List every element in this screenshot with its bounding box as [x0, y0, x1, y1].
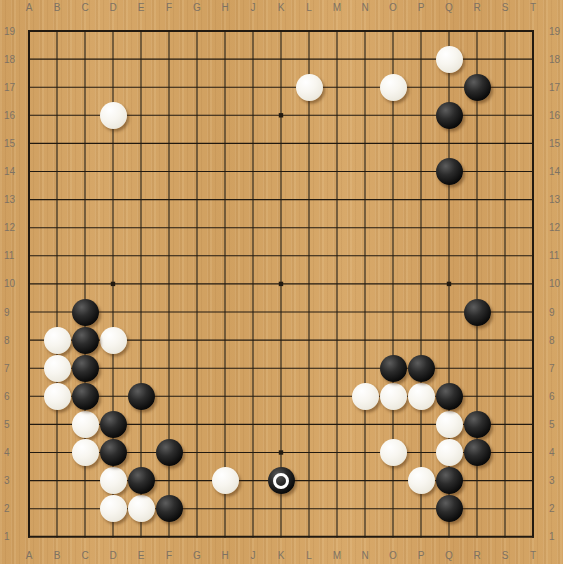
stone-black-Q3[interactable] [436, 467, 463, 494]
star-point [279, 113, 283, 117]
stone-black-D4[interactable] [100, 439, 127, 466]
coord-label-top-K: K [274, 2, 288, 13]
coord-label-left-15: 15 [4, 138, 15, 149]
coord-label-top-T: T [526, 2, 540, 13]
coord-label-bottom-Q: Q [442, 550, 456, 561]
coord-label-bottom-R: R [470, 550, 484, 561]
stone-white-Q4[interactable] [436, 439, 463, 466]
stone-black-E3[interactable] [128, 467, 155, 494]
coord-label-top-L: L [302, 2, 316, 13]
stone-black-R5[interactable] [464, 411, 491, 438]
coord-label-right-16: 16 [549, 110, 560, 121]
stone-black-O7[interactable] [380, 355, 407, 382]
stone-black-K3[interactable] [268, 467, 295, 494]
stone-black-Q14[interactable] [436, 158, 463, 185]
stone-white-O17[interactable] [380, 74, 407, 101]
stone-black-R17[interactable] [464, 74, 491, 101]
stone-white-D3[interactable] [100, 467, 127, 494]
stone-black-C6[interactable] [72, 383, 99, 410]
coord-label-top-C: C [78, 2, 92, 13]
coord-label-right-14: 14 [549, 166, 560, 177]
coord-label-right-9: 9 [549, 307, 555, 318]
stone-black-D5[interactable] [100, 411, 127, 438]
coord-label-left-19: 19 [4, 26, 15, 37]
coord-label-top-A: A [22, 2, 36, 13]
stone-black-R4[interactable] [464, 439, 491, 466]
coord-label-right-5: 5 [549, 419, 555, 430]
coord-label-bottom-O: O [386, 550, 400, 561]
coord-label-right-12: 12 [549, 222, 560, 233]
coord-label-bottom-B: B [50, 550, 64, 561]
coord-label-top-G: G [190, 2, 204, 13]
coord-label-top-R: R [470, 2, 484, 13]
coord-label-bottom-S: S [498, 550, 512, 561]
stone-white-D8[interactable] [100, 327, 127, 354]
stone-black-C8[interactable] [72, 327, 99, 354]
coord-label-bottom-G: G [190, 550, 204, 561]
stone-white-C4[interactable] [72, 439, 99, 466]
stone-white-B8[interactable] [44, 327, 71, 354]
coord-label-top-H: H [218, 2, 232, 13]
stone-white-E2[interactable] [128, 495, 155, 522]
coord-label-left-2: 2 [4, 503, 10, 514]
coord-label-bottom-A: A [22, 550, 36, 561]
coord-label-top-M: M [330, 2, 344, 13]
stone-white-Q18[interactable] [436, 46, 463, 73]
stone-white-B6[interactable] [44, 383, 71, 410]
coord-label-right-10: 10 [549, 278, 560, 289]
coord-label-right-11: 11 [549, 250, 559, 261]
coord-label-bottom-T: T [526, 550, 540, 561]
coord-label-left-6: 6 [4, 391, 10, 402]
coord-label-left-5: 5 [4, 419, 10, 430]
coord-label-right-6: 6 [549, 391, 555, 402]
coord-label-bottom-K: K [274, 550, 288, 561]
coord-label-top-B: B [50, 2, 64, 13]
stone-white-P3[interactable] [408, 467, 435, 494]
coord-label-right-7: 7 [549, 363, 555, 374]
go-board[interactable]: ABCDEFGHJKLMNOPQRST ABCDEFGHJKLMNOPQRST … [0, 0, 563, 564]
stone-black-P7[interactable] [408, 355, 435, 382]
stone-white-D16[interactable] [100, 102, 127, 129]
stone-white-Q5[interactable] [436, 411, 463, 438]
last-move-marker [273, 473, 289, 489]
coord-label-right-13: 13 [549, 194, 560, 205]
coord-label-top-O: O [386, 2, 400, 13]
coord-label-bottom-C: C [78, 550, 92, 561]
coord-label-bottom-L: L [302, 550, 316, 561]
coord-label-left-3: 3 [4, 475, 10, 486]
coord-label-right-2: 2 [549, 503, 555, 514]
stone-black-Q2[interactable] [436, 495, 463, 522]
coord-label-right-1: 1 [549, 531, 555, 542]
coord-label-right-4: 4 [549, 447, 555, 458]
coord-label-bottom-M: M [330, 550, 344, 561]
stone-white-H3[interactable] [212, 467, 239, 494]
coord-label-bottom-P: P [414, 550, 428, 561]
coord-label-left-16: 16 [4, 110, 15, 121]
star-point [279, 282, 283, 286]
stone-white-B7[interactable] [44, 355, 71, 382]
star-point [279, 450, 283, 454]
coord-label-left-12: 12 [4, 222, 15, 233]
coord-label-right-8: 8 [549, 335, 555, 346]
coord-label-bottom-E: E [134, 550, 148, 561]
coord-label-right-19: 19 [549, 26, 560, 37]
coord-label-top-D: D [106, 2, 120, 13]
stone-white-P6[interactable] [408, 383, 435, 410]
stone-white-L17[interactable] [296, 74, 323, 101]
stone-white-N6[interactable] [352, 383, 379, 410]
stone-black-F2[interactable] [156, 495, 183, 522]
stone-white-D2[interactable] [100, 495, 127, 522]
coord-label-left-9: 9 [4, 307, 10, 318]
coord-label-left-4: 4 [4, 447, 10, 458]
stone-white-O6[interactable] [380, 383, 407, 410]
coord-label-top-P: P [414, 2, 428, 13]
star-point [447, 282, 451, 286]
coord-label-left-7: 7 [4, 363, 10, 374]
star-point [111, 282, 115, 286]
coord-label-left-13: 13 [4, 194, 15, 205]
coord-label-top-F: F [162, 2, 176, 13]
coord-label-left-14: 14 [4, 166, 15, 177]
coord-label-left-18: 18 [4, 54, 15, 65]
stone-black-E6[interactable] [128, 383, 155, 410]
stone-black-C7[interactable] [72, 355, 99, 382]
stone-black-C9[interactable] [72, 299, 99, 326]
coord-label-top-N: N [358, 2, 372, 13]
coord-label-right-15: 15 [549, 138, 560, 149]
coord-label-bottom-F: F [162, 550, 176, 561]
coord-label-left-17: 17 [4, 82, 15, 93]
stone-white-C5[interactable] [72, 411, 99, 438]
coord-label-bottom-D: D [106, 550, 120, 561]
coord-label-left-10: 10 [4, 278, 15, 289]
coord-label-bottom-N: N [358, 550, 372, 561]
coord-label-bottom-J: J [246, 550, 260, 561]
stone-black-F4[interactable] [156, 439, 183, 466]
coord-label-bottom-H: H [218, 550, 232, 561]
stone-black-Q16[interactable] [436, 102, 463, 129]
coord-label-top-E: E [134, 2, 148, 13]
stone-white-O4[interactable] [380, 439, 407, 466]
coord-label-right-17: 17 [549, 82, 560, 93]
coord-label-top-J: J [246, 2, 260, 13]
coord-label-top-Q: Q [442, 2, 456, 13]
coord-label-right-3: 3 [549, 475, 555, 486]
stone-black-R9[interactable] [464, 299, 491, 326]
stone-black-Q6[interactable] [436, 383, 463, 410]
coord-label-top-S: S [498, 2, 512, 13]
coord-label-left-1: 1 [4, 531, 10, 542]
coord-label-right-18: 18 [549, 54, 560, 65]
coord-label-left-11: 11 [4, 250, 14, 261]
coord-label-left-8: 8 [4, 335, 10, 346]
